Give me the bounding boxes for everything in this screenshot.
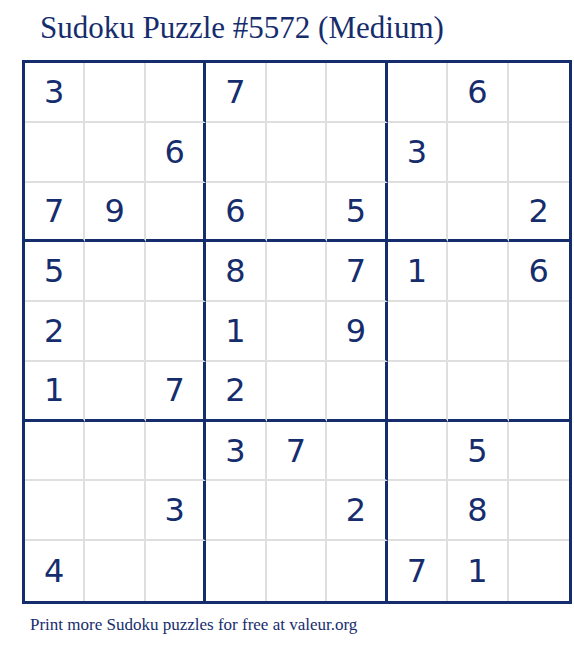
cell-r4c6: 7	[327, 242, 387, 302]
cell-r5c1: 2	[25, 302, 85, 362]
cell-r3c4: 6	[206, 183, 266, 243]
cell-r4c1: 5	[25, 242, 85, 302]
cell-r1c8: 6	[448, 63, 508, 123]
cell-r2c5	[267, 123, 327, 183]
cell-r7c5: 7	[267, 422, 327, 482]
cell-r4c8	[448, 242, 508, 302]
cell-r6c4: 2	[206, 362, 266, 422]
cell-r6c7	[388, 362, 448, 422]
cell-r3c5	[267, 183, 327, 243]
cell-r5c4: 1	[206, 302, 266, 362]
cell-r8c3: 3	[146, 481, 206, 541]
cell-r2c9	[509, 123, 569, 183]
cell-r3c8	[448, 183, 508, 243]
cell-r8c6: 2	[327, 481, 387, 541]
cell-r3c6: 5	[327, 183, 387, 243]
cell-r7c8: 5	[448, 422, 508, 482]
cell-r1c9	[509, 63, 569, 123]
cell-r3c1: 7	[25, 183, 85, 243]
cell-r4c2	[85, 242, 145, 302]
cell-r9c1: 4	[25, 541, 85, 601]
cell-r2c4	[206, 123, 266, 183]
cell-r9c3	[146, 541, 206, 601]
cell-r7c2	[85, 422, 145, 482]
cell-r3c3	[146, 183, 206, 243]
cell-r4c3	[146, 242, 206, 302]
cell-r3c7	[388, 183, 448, 243]
cell-r4c5	[267, 242, 327, 302]
cell-r2c2	[85, 123, 145, 183]
cell-r1c5	[267, 63, 327, 123]
cell-r4c9: 6	[509, 242, 569, 302]
cell-r6c8	[448, 362, 508, 422]
cell-r6c3: 7	[146, 362, 206, 422]
cell-r5c3	[146, 302, 206, 362]
cell-r7c3	[146, 422, 206, 482]
cell-r1c1: 3	[25, 63, 85, 123]
cell-r8c8: 8	[448, 481, 508, 541]
page-title: Sudoku Puzzle #5572 (Medium)	[40, 10, 444, 46]
cell-r7c9	[509, 422, 569, 482]
cell-r6c1: 1	[25, 362, 85, 422]
cell-r7c6	[327, 422, 387, 482]
cell-r8c4	[206, 481, 266, 541]
cell-r5c2	[85, 302, 145, 362]
cell-r2c7: 3	[388, 123, 448, 183]
cell-r8c5	[267, 481, 327, 541]
cell-r3c9: 2	[509, 183, 569, 243]
cell-r6c2	[85, 362, 145, 422]
cell-r9c6	[327, 541, 387, 601]
cell-r5c8	[448, 302, 508, 362]
cell-r9c4	[206, 541, 266, 601]
sudoku-board: 376637965258716219172375328471	[22, 60, 572, 604]
cell-r4c4: 8	[206, 242, 266, 302]
footer-text: Print more Sudoku puzzles for free at va…	[30, 615, 357, 635]
cell-r9c2	[85, 541, 145, 601]
cell-r2c6	[327, 123, 387, 183]
cell-r1c3	[146, 63, 206, 123]
page: Sudoku Puzzle #5572 (Medium) 37663796525…	[0, 0, 574, 651]
cell-r3c2: 9	[85, 183, 145, 243]
cell-r1c6	[327, 63, 387, 123]
cell-r5c7	[388, 302, 448, 362]
cell-r9c9	[509, 541, 569, 601]
cell-r8c2	[85, 481, 145, 541]
cell-r2c3: 6	[146, 123, 206, 183]
cell-r8c1	[25, 481, 85, 541]
cell-r6c9	[509, 362, 569, 422]
cell-r5c5	[267, 302, 327, 362]
cell-r1c2	[85, 63, 145, 123]
cell-r8c7	[388, 481, 448, 541]
cell-r5c6: 9	[327, 302, 387, 362]
cell-r7c1	[25, 422, 85, 482]
cell-r6c6	[327, 362, 387, 422]
cell-r8c9	[509, 481, 569, 541]
cell-r9c8: 1	[448, 541, 508, 601]
cell-r4c7: 1	[388, 242, 448, 302]
cell-r1c4: 7	[206, 63, 266, 123]
cell-r7c4: 3	[206, 422, 266, 482]
cell-r2c8	[448, 123, 508, 183]
cell-r7c7	[388, 422, 448, 482]
cell-r6c5	[267, 362, 327, 422]
cell-r1c7	[388, 63, 448, 123]
cell-r9c5	[267, 541, 327, 601]
cell-r2c1	[25, 123, 85, 183]
cell-r9c7: 7	[388, 541, 448, 601]
cell-r5c9	[509, 302, 569, 362]
